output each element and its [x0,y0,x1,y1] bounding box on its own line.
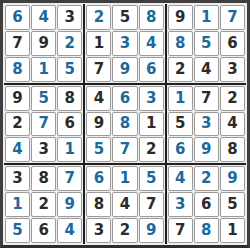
sudoku-board-boxes: 6437928152581347969178562439582764314639… [4,4,246,244]
sudoku-cell-r5c7[interactable]: 5 [168,112,193,137]
sudoku-cell-r3c3[interactable]: 5 [57,57,82,82]
sudoku-cell-r9c9[interactable]: 1 [220,218,245,243]
sudoku-cell-r2c3[interactable]: 2 [57,31,82,56]
sudoku-cell-r6c1[interactable]: 4 [5,137,30,162]
sudoku-cell-r1c4[interactable]: 2 [86,5,111,30]
sudoku-cell-r4c6[interactable]: 3 [139,86,164,111]
sudoku-cell-r5c9[interactable]: 4 [220,112,245,137]
sudoku-cell-r3c8[interactable]: 4 [194,57,219,82]
sudoku-cell-r4c7[interactable]: 1 [168,86,193,111]
sudoku-cell-r2c4[interactable]: 1 [86,31,111,56]
sudoku-cell-r5c4[interactable]: 9 [86,112,111,137]
sudoku-cell-r8c3[interactable]: 9 [57,192,82,217]
sudoku-cell-r7c1[interactable]: 3 [5,166,30,191]
sudoku-cell-r9c8[interactable]: 8 [194,218,219,243]
sudoku-cell-r8c9[interactable]: 5 [220,192,245,217]
sudoku-cell-r6c6[interactable]: 2 [139,137,164,162]
sudoku-cell-r2c6[interactable]: 4 [139,31,164,56]
sudoku-cell-r7c6[interactable]: 5 [139,166,164,191]
sudoku-cell-r4c9[interactable]: 2 [220,86,245,111]
sudoku-cell-r1c6[interactable]: 8 [139,5,164,30]
sudoku-cell-r3c6[interactable]: 6 [139,57,164,82]
sudoku-cell-r4c4[interactable]: 4 [86,86,111,111]
sudoku-cell-r6c4[interactable]: 5 [86,137,111,162]
sudoku-cell-r9c3[interactable]: 4 [57,218,82,243]
sudoku-cell-r4c3[interactable]: 8 [57,86,82,111]
sudoku-cell-r7c7[interactable]: 4 [168,166,193,191]
sudoku-cell-r3c7[interactable]: 2 [168,57,193,82]
sudoku-cell-r7c8[interactable]: 2 [194,166,219,191]
sudoku-cell-r8c5[interactable]: 4 [112,192,137,217]
sudoku-cell-r6c9[interactable]: 8 [220,137,245,162]
sudoku-cell-r6c5[interactable]: 7 [112,137,137,162]
sudoku-cell-r4c5[interactable]: 6 [112,86,137,111]
sudoku-cell-r8c8[interactable]: 6 [194,192,219,217]
sudoku-cell-r3c5[interactable]: 9 [112,57,137,82]
sudoku-cell-r9c5[interactable]: 2 [112,218,137,243]
sudoku-cell-r8c6[interactable]: 7 [139,192,164,217]
sudoku-cell-r4c8[interactable]: 7 [194,86,219,111]
sudoku-cell-r1c1[interactable]: 6 [5,5,30,30]
sudoku-cell-r5c8[interactable]: 3 [194,112,219,137]
sudoku-board: 6437928152581347969178562439582764314639… [0,0,250,248]
sudoku-cell-r3c1[interactable]: 8 [5,57,30,82]
sudoku-cell-r9c2[interactable]: 6 [31,218,56,243]
sudoku-cell-r2c9[interactable]: 6 [220,31,245,56]
sudoku-cell-r2c5[interactable]: 3 [112,31,137,56]
sudoku-cell-r6c8[interactable]: 9 [194,137,219,162]
sudoku-box-3-2: 615847329 [85,165,164,244]
sudoku-cell-r8c7[interactable]: 3 [168,192,193,217]
sudoku-cell-r7c3[interactable]: 7 [57,166,82,191]
sudoku-cell-r3c4[interactable]: 7 [86,57,111,82]
sudoku-cell-r4c1[interactable]: 9 [5,86,30,111]
sudoku-cell-r2c7[interactable]: 8 [168,31,193,56]
sudoku-cell-r7c5[interactable]: 1 [112,166,137,191]
sudoku-cell-r8c1[interactable]: 1 [5,192,30,217]
sudoku-cell-r5c2[interactable]: 7 [31,112,56,137]
sudoku-cell-r8c4[interactable]: 8 [86,192,111,217]
sudoku-box-2-1: 958276431 [4,85,83,164]
sudoku-cell-r1c7[interactable]: 9 [168,5,193,30]
sudoku-cell-r1c9[interactable]: 7 [220,5,245,30]
sudoku-cell-r9c1[interactable]: 5 [5,218,30,243]
sudoku-cell-r5c3[interactable]: 6 [57,112,82,137]
sudoku-box-2-2: 463981572 [85,85,164,164]
sudoku-cell-r2c1[interactable]: 7 [5,31,30,56]
sudoku-cell-r5c5[interactable]: 8 [112,112,137,137]
sudoku-box-2-3: 172534698 [167,85,246,164]
sudoku-cell-r7c9[interactable]: 9 [220,166,245,191]
sudoku-box-1-1: 643792815 [4,4,83,83]
sudoku-cell-r2c2[interactable]: 9 [31,31,56,56]
sudoku-cell-r5c6[interactable]: 1 [139,112,164,137]
sudoku-box-1-2: 258134796 [85,4,164,83]
sudoku-cell-r8c2[interactable]: 2 [31,192,56,217]
sudoku-cell-r1c5[interactable]: 5 [112,5,137,30]
sudoku-cell-r9c4[interactable]: 3 [86,218,111,243]
sudoku-cell-r7c2[interactable]: 8 [31,166,56,191]
sudoku-cell-r9c7[interactable]: 7 [168,218,193,243]
sudoku-cell-r3c2[interactable]: 1 [31,57,56,82]
sudoku-cell-r2c8[interactable]: 5 [194,31,219,56]
sudoku-cell-r6c2[interactable]: 3 [31,137,56,162]
sudoku-cell-r9c6[interactable]: 9 [139,218,164,243]
sudoku-box-1-3: 917856243 [167,4,246,83]
sudoku-cell-r1c2[interactable]: 4 [31,5,56,30]
sudoku-cell-r4c2[interactable]: 5 [31,86,56,111]
sudoku-cell-r1c8[interactable]: 1 [194,5,219,30]
sudoku-cell-r5c1[interactable]: 2 [5,112,30,137]
sudoku-cell-r1c3[interactable]: 3 [57,5,82,30]
sudoku-box-3-3: 429365781 [167,165,246,244]
sudoku-box-3-1: 387129564 [4,165,83,244]
sudoku-cell-r3c9[interactable]: 3 [220,57,245,82]
sudoku-cell-r7c4[interactable]: 6 [86,166,111,191]
sudoku-cell-r6c3[interactable]: 1 [57,137,82,162]
sudoku-cell-r6c7[interactable]: 6 [168,137,193,162]
